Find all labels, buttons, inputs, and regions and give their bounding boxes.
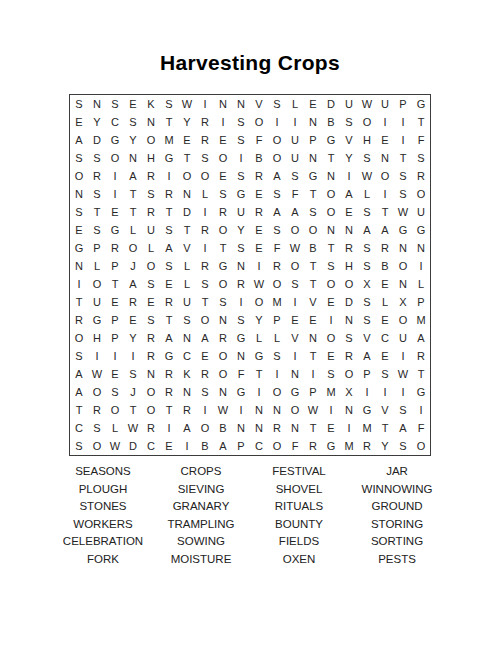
grid-cell: L xyxy=(268,329,286,347)
grid-cell: A xyxy=(178,419,196,437)
grid-cell: V xyxy=(304,293,322,311)
grid-cell: B xyxy=(304,239,322,257)
grid-cell: A xyxy=(286,203,304,221)
grid-cell: W xyxy=(394,365,412,383)
grid-cell: E xyxy=(196,347,214,365)
grid-cell: P xyxy=(106,311,124,329)
grid-cell: M xyxy=(412,311,430,329)
grid-cell: S xyxy=(70,149,88,167)
grid-cell: I xyxy=(106,167,124,185)
grid-cell: T xyxy=(214,239,232,257)
grid-cell: L xyxy=(142,239,160,257)
grid-cell: S xyxy=(394,437,412,455)
grid-cell: I xyxy=(286,347,304,365)
grid-cell: V xyxy=(286,329,304,347)
grid-cell: I xyxy=(286,113,304,131)
grid-cell: S xyxy=(232,167,250,185)
grid-cell: R xyxy=(214,329,232,347)
grid-cell: N xyxy=(340,311,358,329)
grid-cell: P xyxy=(106,329,124,347)
grid-cell: E xyxy=(106,365,124,383)
grid-cell: I xyxy=(196,401,214,419)
grid-cell: S xyxy=(412,149,430,167)
grid-cell: H xyxy=(88,329,106,347)
grid-cell: G xyxy=(88,311,106,329)
grid-cell: S xyxy=(214,185,232,203)
grid-cell: S xyxy=(358,311,376,329)
grid-cell: E xyxy=(70,221,88,239)
grid-cell: F xyxy=(232,365,250,383)
grid-cell: T xyxy=(106,275,124,293)
word-search-grid: SNSEKSWINNVSLEDUWUPGEYCSNTYRISOIINBSOIIT… xyxy=(69,94,431,456)
word-list-item: RITUALS xyxy=(251,498,347,516)
grid-cell: S xyxy=(142,311,160,329)
grid-cell: G xyxy=(160,149,178,167)
grid-cell: N xyxy=(214,383,232,401)
grid-cell: F xyxy=(268,239,286,257)
grid-cell: N xyxy=(178,329,196,347)
grid-cell: D xyxy=(88,131,106,149)
grid-cell: C xyxy=(178,347,196,365)
grid-cell: M xyxy=(358,419,376,437)
grid-cell: O xyxy=(340,365,358,383)
grid-cell: G xyxy=(412,383,430,401)
word-list-item: SEASONS xyxy=(55,463,151,481)
grid-cell: O xyxy=(322,203,340,221)
grid-cell: N xyxy=(394,239,412,257)
grid-cell: I xyxy=(214,113,232,131)
word-list-item: BOUNTY xyxy=(251,516,347,534)
grid-cell: E xyxy=(142,293,160,311)
grid-cell: L xyxy=(286,95,304,113)
grid-cell: S xyxy=(232,113,250,131)
grid-cell: A xyxy=(70,383,88,401)
grid-cell: T xyxy=(376,419,394,437)
grid-cell: S xyxy=(322,365,340,383)
grid-cell: N xyxy=(340,221,358,239)
word-list-column-4: JARWINNOWINGGROUNDSTORINGSORTINGPESTS xyxy=(349,463,445,568)
grid-cell: T xyxy=(304,419,322,437)
grid-cell: G xyxy=(232,383,250,401)
grid-cell: R xyxy=(196,365,214,383)
grid-cell: I xyxy=(250,257,268,275)
grid-cell: O xyxy=(106,401,124,419)
grid-cell: R xyxy=(160,185,178,203)
grid-cell: O xyxy=(88,275,106,293)
word-list-item: STONES xyxy=(55,498,151,516)
grid-cell: N xyxy=(304,329,322,347)
grid-cell: S xyxy=(88,185,106,203)
grid-cell: N xyxy=(214,95,232,113)
grid-cell: M xyxy=(268,293,286,311)
grid-cell: T xyxy=(178,221,196,239)
grid-cell: R xyxy=(142,167,160,185)
grid-cell: T xyxy=(394,149,412,167)
grid-cell: S xyxy=(124,365,142,383)
grid-cell: R xyxy=(70,311,88,329)
grid-cell: W xyxy=(304,401,322,419)
word-list-item: JAR xyxy=(349,463,445,481)
grid-cell: I xyxy=(232,401,250,419)
grid-cell: Y xyxy=(250,311,268,329)
grid-cell: W xyxy=(286,239,304,257)
grid-cell: S xyxy=(340,329,358,347)
grid-cell: R xyxy=(232,275,250,293)
grid-cell: S xyxy=(394,401,412,419)
grid-cell: N xyxy=(304,149,322,167)
grid-cell: O xyxy=(106,149,124,167)
grid-cell: E xyxy=(124,311,142,329)
grid-cell: D xyxy=(340,293,358,311)
grid-cell: T xyxy=(70,401,88,419)
grid-cell: P xyxy=(412,293,430,311)
grid-cell: S xyxy=(142,275,160,293)
grid-cell: A xyxy=(268,203,286,221)
grid-cell: E xyxy=(160,437,178,455)
grid-cell: O xyxy=(88,383,106,401)
grid-cell: N xyxy=(250,419,268,437)
grid-cell: E xyxy=(106,293,124,311)
grid-cell: N xyxy=(412,239,430,257)
grid-cell: I xyxy=(106,185,124,203)
grid-cell: I xyxy=(268,365,286,383)
grid-cell: G xyxy=(412,95,430,113)
grid-cell: T xyxy=(376,203,394,221)
grid-cell: G xyxy=(394,221,412,239)
grid-cell: I xyxy=(196,239,214,257)
word-list-item: PLOUGH xyxy=(55,481,151,499)
grid-cell: C xyxy=(250,437,268,455)
grid-cell: I xyxy=(88,347,106,365)
grid-cell: N xyxy=(70,257,88,275)
grid-cell: A xyxy=(412,329,430,347)
grid-cell: W xyxy=(106,437,124,455)
grid-cell: L xyxy=(358,185,376,203)
grid-cell: U xyxy=(376,95,394,113)
grid-cell: G xyxy=(232,329,250,347)
grid-cell: R xyxy=(376,239,394,257)
grid-cell: V xyxy=(178,239,196,257)
grid-cell: V xyxy=(376,401,394,419)
grid-cell: E xyxy=(304,311,322,329)
grid-cell: R xyxy=(340,239,358,257)
grid-cell: S xyxy=(214,293,232,311)
grid-cell: T xyxy=(124,401,142,419)
grid-cell: G xyxy=(250,347,268,365)
grid-cell: F xyxy=(250,131,268,149)
grid-cell: I xyxy=(178,437,196,455)
grid-cell: I xyxy=(340,167,358,185)
word-list-item: SIEVING xyxy=(153,481,249,499)
grid-cell: S xyxy=(322,257,340,275)
grid-cell: L xyxy=(124,221,142,239)
grid-cell: N xyxy=(250,401,268,419)
grid-cell: Y xyxy=(88,113,106,131)
grid-cell: A xyxy=(358,347,376,365)
grid-cell: T xyxy=(304,257,322,275)
grid-cell: I xyxy=(358,383,376,401)
grid-cell: G xyxy=(322,131,340,149)
word-list-item: CELEBRATION xyxy=(55,533,151,551)
word-list-item: SORTING xyxy=(349,533,445,551)
grid-cell: I xyxy=(376,383,394,401)
grid-cell: L xyxy=(412,275,430,293)
grid-cell: O xyxy=(268,149,286,167)
grid-cell: S xyxy=(88,419,106,437)
grid-cell: E xyxy=(178,131,196,149)
grid-cell: O xyxy=(286,221,304,239)
grid-cell: M xyxy=(340,437,358,455)
grid-cell: G xyxy=(214,257,232,275)
grid-cell: E xyxy=(286,311,304,329)
grid-cell: O xyxy=(124,239,142,257)
grid-cell: R xyxy=(358,437,376,455)
grid-cell: A xyxy=(376,221,394,239)
word-list-column-1: SEASONSPLOUGHSTONESWORKERSCELEBRATIONFOR… xyxy=(55,463,151,568)
grid-cell: S xyxy=(196,275,214,293)
grid-cell: E xyxy=(250,239,268,257)
grid-cell: X xyxy=(340,383,358,401)
grid-cell: S xyxy=(70,203,88,221)
grid-cell: R xyxy=(142,347,160,365)
word-list-item: PESTS xyxy=(349,551,445,569)
grid-cell: F xyxy=(412,131,430,149)
grid-cell: W xyxy=(214,401,232,419)
grid-cell: O xyxy=(214,365,232,383)
grid-cell: T xyxy=(304,275,322,293)
grid-cell: U xyxy=(286,149,304,167)
grid-cell: S xyxy=(394,167,412,185)
grid-cell: T xyxy=(322,239,340,257)
grid-cell: N xyxy=(232,419,250,437)
grid-cell: U xyxy=(88,293,106,311)
grid-cell: T xyxy=(196,293,214,311)
grid-cell: E xyxy=(322,293,340,311)
grid-cell: O xyxy=(214,221,232,239)
grid-cell: S xyxy=(304,203,322,221)
grid-cell: A xyxy=(340,185,358,203)
grid-cell: G xyxy=(232,185,250,203)
grid-cell: P xyxy=(358,365,376,383)
grid-cell: N xyxy=(178,185,196,203)
grid-cell: D xyxy=(322,95,340,113)
grid-cell: N xyxy=(286,365,304,383)
grid-cell: O xyxy=(322,275,340,293)
grid-cell: X xyxy=(358,275,376,293)
grid-cell: I xyxy=(70,275,88,293)
grid-cell: F xyxy=(286,437,304,455)
grid-cell: U xyxy=(340,95,358,113)
grid-cell: L xyxy=(178,275,196,293)
grid-cell: R xyxy=(412,347,430,365)
grid-cell: O xyxy=(304,221,322,239)
grid-cell: E xyxy=(340,203,358,221)
grid-cell: N xyxy=(232,257,250,275)
grid-cell: Y xyxy=(232,221,250,239)
grid-cell: L xyxy=(196,185,214,203)
grid-cell: R xyxy=(250,167,268,185)
grid-cell: A xyxy=(124,167,142,185)
grid-cell: I xyxy=(304,365,322,383)
grid-cell: S xyxy=(358,293,376,311)
grid-cell: Y xyxy=(178,113,196,131)
grid-cell: Y xyxy=(124,131,142,149)
grid-cell: W xyxy=(124,419,142,437)
grid-cell: X xyxy=(394,293,412,311)
grid-cell: R xyxy=(160,383,178,401)
grid-cell: B xyxy=(214,419,232,437)
grid-cell: S xyxy=(160,221,178,239)
grid-cell: G xyxy=(106,221,124,239)
grid-cell: A xyxy=(70,131,88,149)
grid-cell: N xyxy=(322,221,340,239)
grid-cell: R xyxy=(196,131,214,149)
grid-cell: I xyxy=(394,131,412,149)
grid-cell: I xyxy=(286,293,304,311)
grid-cell: L xyxy=(106,419,124,437)
grid-cell: U xyxy=(232,203,250,221)
grid-cell: S xyxy=(286,167,304,185)
grid-cell: N xyxy=(142,365,160,383)
grid-cell: W xyxy=(178,95,196,113)
grid-cell: N xyxy=(286,419,304,437)
grid-cell: I xyxy=(250,383,268,401)
grid-cell: G xyxy=(160,347,178,365)
grid-cell: O xyxy=(142,383,160,401)
grid-cell: S xyxy=(286,275,304,293)
word-list-item: FORK xyxy=(55,551,151,569)
grid-cell: T xyxy=(160,113,178,131)
grid-cell: N xyxy=(304,113,322,131)
grid-cell: W xyxy=(394,203,412,221)
grid-cell: G xyxy=(412,221,430,239)
grid-cell: B xyxy=(250,149,268,167)
grid-cell: V xyxy=(340,131,358,149)
grid-cell: R xyxy=(304,437,322,455)
grid-cell: C xyxy=(70,419,88,437)
grid-cell: S xyxy=(106,95,124,113)
grid-cell: A xyxy=(70,365,88,383)
grid-cell: O xyxy=(394,257,412,275)
grid-cell: T xyxy=(322,149,340,167)
grid-cell: N xyxy=(232,347,250,365)
grid-cell: S xyxy=(268,221,286,239)
grid-cell: J xyxy=(124,383,142,401)
grid-cell: G xyxy=(358,401,376,419)
grid-cell: I xyxy=(412,401,430,419)
grid-cell: A xyxy=(394,419,412,437)
grid-cell: R xyxy=(88,401,106,419)
grid-cell: I xyxy=(322,401,340,419)
grid-cell: N xyxy=(214,311,232,329)
word-list-item: CROPS xyxy=(153,463,249,481)
grid-cell: E xyxy=(376,275,394,293)
grid-cell: A xyxy=(268,167,286,185)
word-list-item: OXEN xyxy=(251,551,347,569)
grid-cell: I xyxy=(160,167,178,185)
grid-cell: J xyxy=(124,257,142,275)
grid-cell: S xyxy=(88,149,106,167)
grid-cell: D xyxy=(178,203,196,221)
grid-cell: F xyxy=(412,419,430,437)
grid-cell: O xyxy=(322,185,340,203)
grid-cell: O xyxy=(268,383,286,401)
word-list-item: FESTIVAL xyxy=(251,463,347,481)
grid-cell: U xyxy=(394,329,412,347)
grid-cell: I xyxy=(394,113,412,131)
grid-cell: O xyxy=(286,401,304,419)
grid-cell: I xyxy=(232,149,250,167)
grid-cell: S xyxy=(394,185,412,203)
grid-cell: W xyxy=(358,167,376,185)
grid-cell: S xyxy=(88,221,106,239)
word-list-item: SOWING xyxy=(153,533,249,551)
grid-cell: O xyxy=(394,311,412,329)
grid-cell: D xyxy=(124,437,142,455)
grid-cell: R xyxy=(250,203,268,221)
grid-cell: R xyxy=(142,329,160,347)
grid-cell: R xyxy=(214,203,232,221)
grid-cell: I xyxy=(394,347,412,365)
grid-cell: P xyxy=(232,437,250,455)
grid-cell: T xyxy=(70,293,88,311)
grid-cell: S xyxy=(196,149,214,167)
grid-cell: U xyxy=(178,293,196,311)
grid-cell: T xyxy=(250,365,268,383)
grid-cell: S xyxy=(196,383,214,401)
grid-cell: I xyxy=(412,257,430,275)
grid-cell: M xyxy=(322,383,340,401)
grid-cell: P xyxy=(394,95,412,113)
grid-cell: T xyxy=(124,203,142,221)
word-list-item: WORKERS xyxy=(55,516,151,534)
grid-cell: S xyxy=(268,95,286,113)
grid-cell: O xyxy=(142,401,160,419)
word-list-item: STORING xyxy=(349,516,445,534)
grid-cell: S xyxy=(70,347,88,365)
grid-cell: T xyxy=(88,203,106,221)
grid-cell: E xyxy=(106,203,124,221)
grid-cell: O xyxy=(142,131,160,149)
grid-cell: E xyxy=(376,347,394,365)
grid-cell: O xyxy=(196,311,214,329)
grid-cell: V xyxy=(358,329,376,347)
grid-cell: O xyxy=(214,149,232,167)
grid-cell: A xyxy=(196,329,214,347)
grid-cell: O xyxy=(268,275,286,293)
grid-cell: R xyxy=(142,203,160,221)
grid-cell: S xyxy=(340,113,358,131)
grid-cell: K xyxy=(142,95,160,113)
grid-cell: I xyxy=(394,383,412,401)
grid-cell: C xyxy=(106,113,124,131)
worksheet-page: Harvesting Crops SNSEKSWINNVSLEDUWUPGEYC… xyxy=(0,0,500,647)
grid-cell: S xyxy=(358,257,376,275)
grid-cell: P xyxy=(304,131,322,149)
word-list: SEASONSPLOUGHSTONESWORKERSCELEBRATIONFOR… xyxy=(55,463,445,568)
grid-cell: A xyxy=(214,437,232,455)
grid-cell: G xyxy=(286,383,304,401)
grid-cell: T xyxy=(160,401,178,419)
grid-cell: O xyxy=(250,293,268,311)
grid-cell: T xyxy=(412,113,430,131)
grid-cell: N xyxy=(70,185,88,203)
grid-cell: O xyxy=(142,257,160,275)
grid-cell: R xyxy=(124,293,142,311)
word-list-column-3: FESTIVALSHOVELRITUALSBOUNTYFIELDSOXEN xyxy=(251,463,347,568)
grid-cell: S xyxy=(106,383,124,401)
grid-cell: O xyxy=(70,329,88,347)
